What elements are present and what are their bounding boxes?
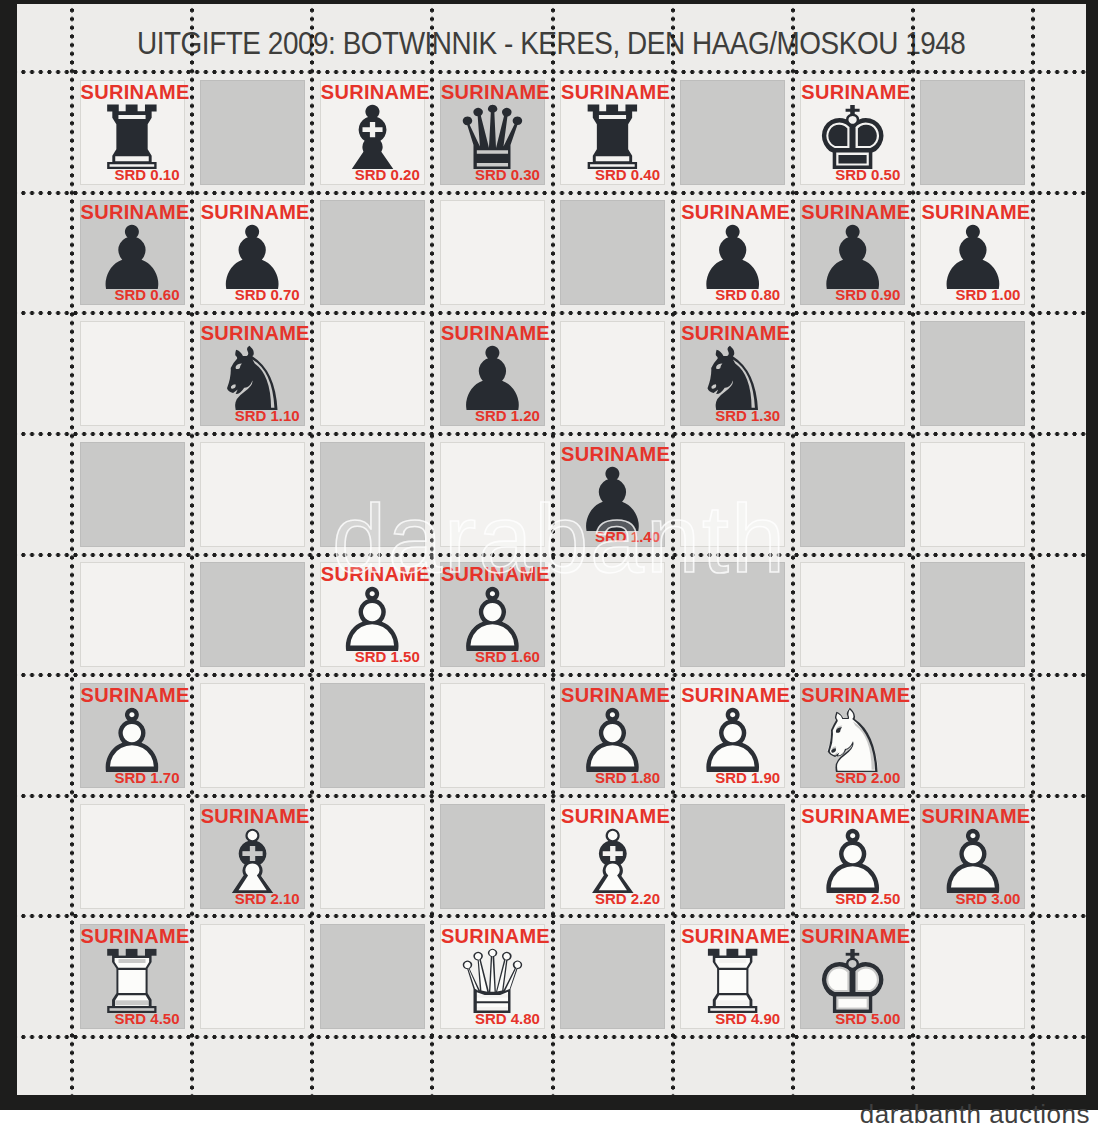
- square-c2: [312, 796, 432, 917]
- square-f3: SURINAME♟♙SRD 1.90: [673, 675, 793, 796]
- square-face-e1: [560, 924, 665, 1029]
- black-pawn-icon: ♟: [441, 336, 544, 413]
- denomination-label: SRD 1.10: [235, 407, 300, 424]
- square-d3: [432, 675, 552, 796]
- perforation-column-3: [428, 4, 436, 1095]
- black-king-icon: ♚: [801, 95, 904, 172]
- square-face-h8: [920, 80, 1025, 185]
- black-pawn-icon: ♟: [201, 215, 304, 292]
- square-d2: [432, 796, 552, 917]
- black-pawn-icon: ♟: [921, 215, 1024, 292]
- square-b8: [192, 72, 312, 193]
- square-face-b8: [200, 80, 305, 185]
- square-face-g1: SURINAME♚♔SRD 5.00: [800, 924, 905, 1029]
- denomination-label: SRD 0.40: [595, 166, 660, 183]
- square-f4: [673, 555, 793, 676]
- square-face-e6: [560, 321, 665, 426]
- square-face-g3: SURINAME♞♘SRD 2.00: [800, 683, 905, 788]
- black-rook-icon: ♜: [81, 95, 184, 172]
- square-face-a4: [80, 562, 185, 667]
- square-face-e5: SURINAME♟SRD 1.40: [560, 442, 665, 547]
- square-face-g7: SURINAME♟SRD 0.90: [800, 200, 905, 305]
- square-face-d6: SURINAME♟SRD 1.20: [440, 321, 545, 426]
- denomination-label: SRD 0.50: [835, 166, 900, 183]
- square-g3: SURINAME♞♘SRD 2.00: [793, 675, 913, 796]
- square-face-d7: [440, 200, 545, 305]
- black-bishop-icon: ♝: [321, 95, 424, 172]
- square-c3: [312, 675, 432, 796]
- denomination-label: SRD 1.00: [955, 286, 1020, 303]
- denomination-label: SRD 4.50: [115, 1010, 180, 1027]
- square-face-c5: [320, 442, 425, 547]
- square-face-e7: [560, 200, 665, 305]
- square-face-a1: SURINAME♜♖SRD 4.50: [80, 924, 185, 1029]
- square-face-b1: [200, 924, 305, 1029]
- perforation-row-7: [17, 912, 1086, 920]
- square-f1: SURINAME♜♖SRD 4.90: [673, 916, 793, 1037]
- square-h6: [913, 313, 1033, 434]
- white-rook-icon: ♜♖: [681, 939, 784, 1016]
- perforation-row-8: [17, 1033, 1086, 1041]
- black-queen-icon: ♛: [441, 95, 544, 172]
- square-face-h3: [920, 683, 1025, 788]
- square-face-g6: [800, 321, 905, 426]
- square-e6: [553, 313, 673, 434]
- square-face-b6: SURINAME♞SRD 1.10: [200, 321, 305, 426]
- square-g8: SURINAME♚SRD 0.50: [793, 72, 913, 193]
- denomination-label: SRD 0.60: [115, 286, 180, 303]
- square-face-e2: SURINAME♝♗SRD 2.20: [560, 804, 665, 909]
- square-face-f4: [680, 562, 785, 667]
- square-a3: SURINAME♟♙SRD 1.70: [72, 675, 192, 796]
- white-bishop-icon: ♝♗: [561, 819, 664, 896]
- square-c1: [312, 916, 432, 1037]
- denomination-label: SRD 1.30: [715, 407, 780, 424]
- square-face-c3: [320, 683, 425, 788]
- square-a5: [72, 434, 192, 555]
- square-face-d1: SURINAME♛♕SRD 4.80: [440, 924, 545, 1029]
- white-bishop-icon: ♝♗: [201, 819, 304, 896]
- square-b7: SURINAME♟SRD 0.70: [192, 193, 312, 314]
- square-d5: [432, 434, 552, 555]
- square-face-d3: [440, 683, 545, 788]
- square-face-e4: [560, 562, 665, 667]
- square-face-h4: [920, 562, 1025, 667]
- square-h4: [913, 555, 1033, 676]
- denomination-label: SRD 3.00: [955, 890, 1020, 907]
- square-face-b7: SURINAME♟SRD 0.70: [200, 200, 305, 305]
- white-pawn-icon: ♟♙: [681, 698, 784, 775]
- denomination-label: SRD 2.00: [835, 769, 900, 786]
- white-knight-icon: ♞♘: [801, 698, 904, 775]
- square-d6: SURINAME♟SRD 1.20: [432, 313, 552, 434]
- black-pawn-icon: ♟: [561, 457, 664, 534]
- square-face-c7: [320, 200, 425, 305]
- square-face-b4: [200, 562, 305, 667]
- square-e2: SURINAME♝♗SRD 2.20: [553, 796, 673, 917]
- square-d7: [432, 193, 552, 314]
- square-face-f3: SURINAME♟♙SRD 1.90: [680, 683, 785, 788]
- white-pawn-icon: ♟♙: [801, 819, 904, 896]
- denomination-label: SRD 0.20: [355, 166, 420, 183]
- square-face-a5: [80, 442, 185, 547]
- auction-watermark-bottom: darabanth auctions: [860, 1099, 1090, 1130]
- square-d8: SURINAME♛SRD 0.30: [432, 72, 552, 193]
- square-g7: SURINAME♟SRD 0.90: [793, 193, 913, 314]
- black-rook-icon: ♜: [561, 95, 664, 172]
- stamp-sheet-photo: { "game": "chess", "sheet_title": "UITGI…: [0, 0, 1098, 1132]
- square-face-f2: [680, 804, 785, 909]
- square-face-a6: [80, 321, 185, 426]
- square-face-d2: [440, 804, 545, 909]
- square-face-f5: [680, 442, 785, 547]
- square-b1: [192, 916, 312, 1037]
- denomination-label: SRD 1.70: [115, 769, 180, 786]
- square-face-h5: [920, 442, 1025, 547]
- denomination-label: SRD 4.90: [715, 1010, 780, 1027]
- square-face-h6: [920, 321, 1025, 426]
- perforation-row-4: [17, 551, 1086, 559]
- square-e3: SURINAME♟♙SRD 1.80: [553, 675, 673, 796]
- white-pawn-icon: ♟♙: [81, 698, 184, 775]
- denomination-label: SRD 0.70: [235, 286, 300, 303]
- perforation-column-0: [68, 4, 76, 1095]
- denomination-label: SRD 1.80: [595, 769, 660, 786]
- denomination-label: SRD 0.80: [715, 286, 780, 303]
- black-pawn-icon: ♟: [681, 215, 784, 292]
- square-h1: [913, 916, 1033, 1037]
- square-e1: [553, 916, 673, 1037]
- square-face-d8: SURINAME♛SRD 0.30: [440, 80, 545, 185]
- square-g4: [793, 555, 913, 676]
- square-c4: SURINAME♟♙SRD 1.50: [312, 555, 432, 676]
- white-queen-icon: ♛♕: [441, 939, 544, 1016]
- square-e4: [553, 555, 673, 676]
- white-king-icon: ♚♔: [801, 939, 904, 1016]
- square-face-c1: [320, 924, 425, 1029]
- square-b3: [192, 675, 312, 796]
- denomination-label: SRD 1.90: [715, 769, 780, 786]
- square-h8: [913, 72, 1033, 193]
- square-face-f1: SURINAME♜♖SRD 4.90: [680, 924, 785, 1029]
- square-a4: [72, 555, 192, 676]
- square-face-h2: SURINAME♟♙SRD 3.00: [920, 804, 1025, 909]
- perforation-column-7: [909, 4, 917, 1095]
- square-h2: SURINAME♟♙SRD 3.00: [913, 796, 1033, 917]
- square-face-g8: SURINAME♚SRD 0.50: [800, 80, 905, 185]
- square-face-d4: SURINAME♟♙SRD 1.60: [440, 562, 545, 667]
- square-face-c8: SURINAME♝SRD 0.20: [320, 80, 425, 185]
- square-face-b5: [200, 442, 305, 547]
- square-face-e3: SURINAME♟♙SRD 1.80: [560, 683, 665, 788]
- square-h5: [913, 434, 1033, 555]
- square-d4: SURINAME♟♙SRD 1.60: [432, 555, 552, 676]
- square-face-b2: SURINAME♝♗SRD 2.10: [200, 804, 305, 909]
- square-c6: [312, 313, 432, 434]
- square-d1: SURINAME♛♕SRD 4.80: [432, 916, 552, 1037]
- square-face-g5: [800, 442, 905, 547]
- square-face-f8: [680, 80, 785, 185]
- square-face-g2: SURINAME♟♙SRD 2.50: [800, 804, 905, 909]
- denomination-label: SRD 1.60: [475, 648, 540, 665]
- square-c8: SURINAME♝SRD 0.20: [312, 72, 432, 193]
- perforation-column-1: [188, 4, 196, 1095]
- white-pawn-icon: ♟♙: [921, 819, 1024, 896]
- square-c7: [312, 193, 432, 314]
- square-b2: SURINAME♝♗SRD 2.10: [192, 796, 312, 917]
- square-face-a8: SURINAME♜SRD 0.10: [80, 80, 185, 185]
- square-a7: SURINAME♟SRD 0.60: [72, 193, 192, 314]
- square-face-e8: SURINAME♜SRD 0.40: [560, 80, 665, 185]
- square-face-d5: [440, 442, 545, 547]
- denomination-label: SRD 1.20: [475, 407, 540, 424]
- square-face-a7: SURINAME♟SRD 0.60: [80, 200, 185, 305]
- square-face-a2: [80, 804, 185, 909]
- square-a8: SURINAME♜SRD 0.10: [72, 72, 192, 193]
- square-g5: [793, 434, 913, 555]
- black-pawn-icon: ♟: [81, 215, 184, 292]
- denomination-label: SRD 2.20: [595, 890, 660, 907]
- stamp-sheet: UITGIFTE 2009: BOTWINNIK - KERES, DEN HA…: [17, 4, 1086, 1095]
- square-b4: [192, 555, 312, 676]
- square-f5: [673, 434, 793, 555]
- perforation-row-6: [17, 792, 1086, 800]
- square-e5: SURINAME♟SRD 1.40: [553, 434, 673, 555]
- square-f7: SURINAME♟SRD 0.80: [673, 193, 793, 314]
- denomination-label: SRD 2.10: [235, 890, 300, 907]
- denomination-label: SRD 2.50: [835, 890, 900, 907]
- square-g6: [793, 313, 913, 434]
- square-face-h1: [920, 924, 1025, 1029]
- denomination-label: SRD 0.90: [835, 286, 900, 303]
- square-b6: SURINAME♞SRD 1.10: [192, 313, 312, 434]
- perforation-column-4: [549, 4, 557, 1095]
- square-f2: [673, 796, 793, 917]
- white-pawn-icon: ♟♙: [321, 577, 424, 654]
- denomination-label: SRD 4.80: [475, 1010, 540, 1027]
- square-face-a3: SURINAME♟♙SRD 1.70: [80, 683, 185, 788]
- black-knight-icon: ♞: [201, 336, 304, 413]
- denomination-label: SRD 5.00: [835, 1010, 900, 1027]
- square-b5: [192, 434, 312, 555]
- perforation-column-2: [308, 4, 316, 1095]
- perforation-row-5: [17, 671, 1086, 679]
- square-f8: [673, 72, 793, 193]
- perforation-column-6: [789, 4, 797, 1095]
- denomination-label: SRD 0.30: [475, 166, 540, 183]
- square-face-c2: [320, 804, 425, 909]
- square-g1: SURINAME♚♔SRD 5.00: [793, 916, 913, 1037]
- denomination-label: SRD 1.40: [595, 528, 660, 545]
- square-face-c4: SURINAME♟♙SRD 1.50: [320, 562, 425, 667]
- square-a6: [72, 313, 192, 434]
- black-knight-icon: ♞: [681, 336, 784, 413]
- square-face-f7: SURINAME♟SRD 0.80: [680, 200, 785, 305]
- square-face-b3: [200, 683, 305, 788]
- square-a1: SURINAME♜♖SRD 4.50: [72, 916, 192, 1037]
- square-face-f6: SURINAME♞SRD 1.30: [680, 321, 785, 426]
- perforation-column-8: [1029, 4, 1037, 1095]
- square-g2: SURINAME♟♙SRD 2.50: [793, 796, 913, 917]
- square-face-c6: [320, 321, 425, 426]
- square-a2: [72, 796, 192, 917]
- square-f6: SURINAME♞SRD 1.30: [673, 313, 793, 434]
- square-e7: [553, 193, 673, 314]
- square-face-g4: [800, 562, 905, 667]
- black-pawn-icon: ♟: [801, 215, 904, 292]
- square-face-h7: SURINAME♟SRD 1.00: [920, 200, 1025, 305]
- square-h7: SURINAME♟SRD 1.00: [913, 193, 1033, 314]
- denomination-label: SRD 0.10: [115, 166, 180, 183]
- white-pawn-icon: ♟♙: [561, 698, 664, 775]
- square-e8: SURINAME♜SRD 0.40: [553, 72, 673, 193]
- white-pawn-icon: ♟♙: [441, 577, 544, 654]
- square-h3: [913, 675, 1033, 796]
- white-rook-icon: ♜♖: [81, 939, 184, 1016]
- denomination-label: SRD 1.50: [355, 648, 420, 665]
- perforation-column-5: [669, 4, 677, 1095]
- square-c5: [312, 434, 432, 555]
